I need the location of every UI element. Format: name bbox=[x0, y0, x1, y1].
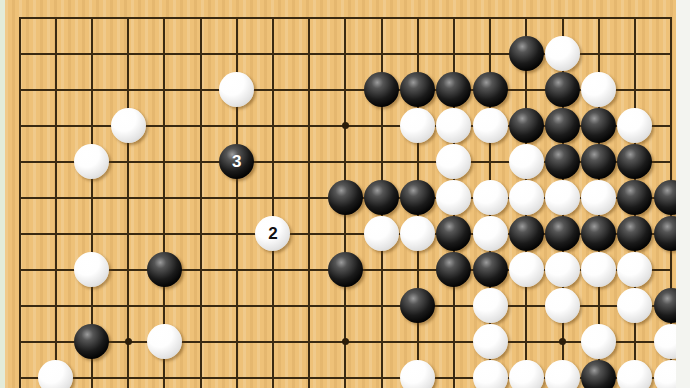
stone-white[interactable] bbox=[400, 108, 435, 143]
stone-black[interactable] bbox=[581, 360, 616, 388]
stone-black[interactable] bbox=[545, 108, 580, 143]
stone-white[interactable] bbox=[617, 360, 652, 388]
star-point bbox=[125, 338, 132, 345]
stone-white[interactable] bbox=[545, 252, 580, 287]
stone-white[interactable] bbox=[545, 180, 580, 215]
stone-white[interactable] bbox=[545, 288, 580, 323]
grid-line-vertical bbox=[308, 17, 310, 388]
star-point bbox=[342, 338, 349, 345]
grid-line-vertical bbox=[127, 17, 129, 388]
stone-black[interactable] bbox=[147, 252, 182, 287]
stone-white-move-2[interactable]: 2 bbox=[255, 216, 290, 251]
stone-white[interactable] bbox=[617, 108, 652, 143]
stone-black[interactable] bbox=[400, 72, 435, 107]
stone-white[interactable] bbox=[581, 180, 616, 215]
stone-white[interactable] bbox=[74, 144, 109, 179]
grid-line-vertical bbox=[19, 17, 21, 388]
stone-white[interactable] bbox=[38, 360, 73, 388]
stone-white[interactable] bbox=[545, 360, 580, 388]
stone-black[interactable] bbox=[436, 72, 471, 107]
grid-line-horizontal bbox=[19, 17, 673, 19]
stone-white[interactable] bbox=[147, 324, 182, 359]
stone-black[interactable] bbox=[545, 216, 580, 251]
stone-black[interactable] bbox=[617, 144, 652, 179]
stone-black[interactable] bbox=[473, 72, 508, 107]
stone-white[interactable] bbox=[473, 216, 508, 251]
stone-black[interactable] bbox=[364, 72, 399, 107]
page-background-right-strip bbox=[676, 0, 690, 388]
go-diagram: 32 bbox=[0, 0, 690, 388]
stone-white[interactable] bbox=[473, 108, 508, 143]
stone-white[interactable] bbox=[219, 72, 254, 107]
star-point bbox=[342, 122, 349, 129]
stone-white[interactable] bbox=[400, 360, 435, 388]
star-point bbox=[559, 338, 566, 345]
stone-black[interactable] bbox=[509, 36, 544, 71]
stone-black[interactable] bbox=[509, 108, 544, 143]
stone-black[interactable] bbox=[400, 180, 435, 215]
stone-black[interactable] bbox=[436, 252, 471, 287]
stone-black[interactable] bbox=[400, 288, 435, 323]
grid-line-vertical bbox=[55, 17, 57, 388]
stone-black[interactable] bbox=[617, 180, 652, 215]
stone-white[interactable] bbox=[509, 360, 544, 388]
stone-white[interactable] bbox=[436, 144, 471, 179]
go-board[interactable]: 32 bbox=[5, 0, 676, 388]
grid-line-vertical bbox=[200, 17, 202, 388]
stone-white[interactable] bbox=[509, 180, 544, 215]
stone-black-move-3[interactable]: 3 bbox=[219, 144, 254, 179]
stone-black[interactable] bbox=[545, 72, 580, 107]
stone-white[interactable] bbox=[436, 180, 471, 215]
stone-white[interactable] bbox=[617, 288, 652, 323]
stone-black[interactable] bbox=[328, 252, 363, 287]
stone-white[interactable] bbox=[436, 108, 471, 143]
stone-white[interactable] bbox=[364, 216, 399, 251]
stone-black[interactable] bbox=[436, 216, 471, 251]
stone-black[interactable] bbox=[364, 180, 399, 215]
move-number-label: 3 bbox=[232, 153, 241, 170]
stone-white[interactable] bbox=[581, 324, 616, 359]
stone-white[interactable] bbox=[400, 216, 435, 251]
stone-white[interactable] bbox=[111, 108, 146, 143]
move-number-label: 2 bbox=[268, 225, 277, 242]
stone-white[interactable] bbox=[581, 252, 616, 287]
stone-white[interactable] bbox=[545, 36, 580, 71]
stone-black[interactable] bbox=[581, 144, 616, 179]
stone-black[interactable] bbox=[581, 108, 616, 143]
stone-white[interactable] bbox=[473, 288, 508, 323]
grid-line-vertical bbox=[272, 17, 274, 388]
stone-white[interactable] bbox=[473, 360, 508, 388]
stone-white[interactable] bbox=[74, 252, 109, 287]
stone-white[interactable] bbox=[473, 180, 508, 215]
stone-black[interactable] bbox=[581, 216, 616, 251]
stone-black[interactable] bbox=[509, 216, 544, 251]
stone-white[interactable] bbox=[617, 252, 652, 287]
stone-white[interactable] bbox=[473, 324, 508, 359]
stone-black[interactable] bbox=[545, 144, 580, 179]
stone-white[interactable] bbox=[509, 144, 544, 179]
stone-white[interactable] bbox=[509, 252, 544, 287]
stone-white[interactable] bbox=[581, 72, 616, 107]
stone-black[interactable] bbox=[328, 180, 363, 215]
stone-black[interactable] bbox=[617, 216, 652, 251]
stone-black[interactable] bbox=[473, 252, 508, 287]
stone-black[interactable] bbox=[74, 324, 109, 359]
